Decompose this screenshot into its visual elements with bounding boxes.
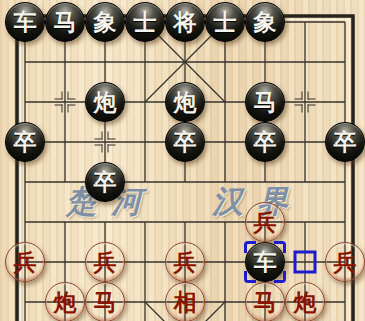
piece-black-soldier[interactable]: 卒 [5, 122, 45, 162]
piece-black-rook[interactable]: 车 [245, 242, 285, 282]
piece-black-soldier[interactable]: 卒 [325, 122, 365, 162]
piece-glyph: 炮 [294, 290, 317, 314]
piece-glyph: 马 [54, 10, 77, 34]
piece-black-soldier[interactable]: 卒 [245, 122, 285, 162]
piece-red-soldier[interactable]: 兵 [5, 242, 45, 282]
piece-glyph: 卒 [334, 130, 357, 154]
piece-black-cannon[interactable]: 炮 [165, 82, 205, 122]
piece-black-soldier[interactable]: 卒 [85, 162, 125, 202]
piece-red-cannon[interactable]: 炮 [45, 282, 85, 321]
piece-glyph: 炮 [94, 90, 117, 114]
piece-glyph: 兵 [254, 210, 277, 234]
point-marker [295, 92, 316, 113]
piece-black-soldier[interactable]: 卒 [165, 122, 205, 162]
point-marker [95, 132, 116, 153]
piece-black-elephant[interactable]: 象 [245, 2, 285, 42]
piece-black-advisor[interactable]: 士 [205, 2, 245, 42]
piece-glyph: 象 [254, 10, 277, 34]
piece-black-rook[interactable]: 车 [5, 2, 45, 42]
piece-glyph: 象 [94, 10, 117, 34]
piece-red-cannon[interactable]: 炮 [285, 282, 325, 321]
piece-glyph: 士 [214, 10, 237, 34]
piece-glyph: 兵 [94, 250, 117, 274]
piece-glyph: 车 [254, 250, 277, 274]
piece-glyph: 卒 [254, 130, 277, 154]
xiangqi-board[interactable]: 楚河 汉界 车马象士将士象炮炮马卒卒卒卒卒车兵兵兵兵兵炮马相马炮 [0, 0, 365, 321]
piece-glyph: 马 [254, 90, 277, 114]
piece-black-cannon[interactable]: 炮 [85, 82, 125, 122]
piece-red-soldier[interactable]: 兵 [165, 242, 205, 282]
piece-red-soldier[interactable]: 兵 [85, 242, 125, 282]
piece-glyph: 兵 [174, 250, 197, 274]
piece-glyph: 车 [14, 10, 37, 34]
piece-glyph: 士 [134, 10, 157, 34]
piece-red-elephant[interactable]: 相 [165, 282, 205, 321]
piece-red-soldier[interactable]: 兵 [325, 242, 365, 282]
piece-glyph: 卒 [14, 130, 37, 154]
piece-glyph: 兵 [334, 250, 357, 274]
last-move-from-marker [294, 251, 317, 274]
piece-black-general[interactable]: 将 [165, 2, 205, 42]
piece-glyph: 将 [174, 10, 197, 34]
piece-glyph: 卒 [174, 130, 197, 154]
piece-red-horse[interactable]: 马 [245, 282, 285, 321]
piece-red-horse[interactable]: 马 [85, 282, 125, 321]
point-marker [55, 92, 76, 113]
piece-black-advisor[interactable]: 士 [125, 2, 165, 42]
piece-glyph: 炮 [54, 290, 77, 314]
piece-black-elephant[interactable]: 象 [85, 2, 125, 42]
piece-glyph: 兵 [14, 250, 37, 274]
piece-glyph: 相 [174, 290, 197, 314]
piece-glyph: 炮 [174, 90, 197, 114]
piece-glyph: 马 [94, 290, 117, 314]
piece-black-horse[interactable]: 马 [45, 2, 85, 42]
piece-glyph: 卒 [94, 170, 117, 194]
piece-black-horse[interactable]: 马 [245, 82, 285, 122]
piece-glyph: 马 [254, 290, 277, 314]
piece-red-soldier[interactable]: 兵 [245, 202, 285, 242]
